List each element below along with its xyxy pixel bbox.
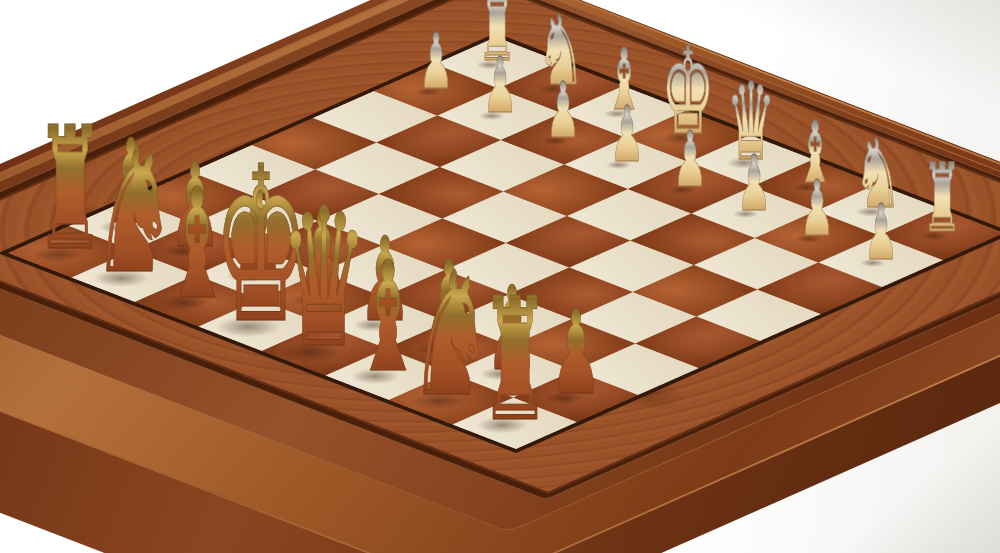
chess-table-photo: ♜♞♝♛♚♝♞♜♟♟♟♟♟♟♟♟♟♟♟♟♟♟♟♟♜♞♝♛♚♝♞♜ [0, 0, 1000, 553]
table-scene [8, 37, 1000, 449]
